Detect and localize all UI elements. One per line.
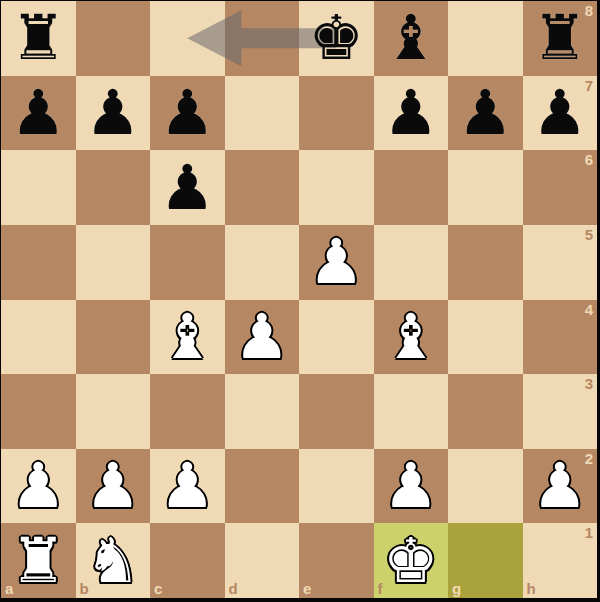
square-e5[interactable]: ♟ — [299, 225, 374, 300]
square-h5[interactable]: 5 — [523, 225, 598, 300]
square-b1[interactable]: b♞ — [76, 523, 151, 598]
rank-label-5: 5 — [585, 226, 593, 243]
square-b3[interactable] — [76, 374, 151, 449]
square-d6[interactable] — [225, 150, 300, 225]
rank-label-6: 6 — [585, 151, 593, 168]
square-a6[interactable] — [1, 150, 76, 225]
square-g5[interactable] — [448, 225, 523, 300]
square-f5[interactable] — [374, 225, 449, 300]
square-h3[interactable]: 3 — [523, 374, 598, 449]
square-h7[interactable]: 7♟ — [523, 76, 598, 151]
file-label-d: d — [229, 580, 238, 597]
square-b2[interactable]: ♟ — [76, 449, 151, 524]
rank-label-4: 4 — [585, 301, 593, 318]
piece-black-rook[interactable]: ♜ — [10, 1, 66, 75]
square-g3[interactable] — [448, 374, 523, 449]
piece-white-pawn[interactable]: ♟ — [383, 449, 439, 523]
square-g2[interactable] — [448, 449, 523, 524]
rank-label-1: 1 — [585, 524, 593, 541]
square-b7[interactable]: ♟ — [76, 76, 151, 151]
square-d3[interactable] — [225, 374, 300, 449]
piece-white-bishop[interactable]: ♝ — [159, 300, 215, 374]
square-e1[interactable]: e — [299, 523, 374, 598]
square-e4[interactable] — [299, 300, 374, 375]
square-a1[interactable]: a♜ — [1, 523, 76, 598]
square-f3[interactable] — [374, 374, 449, 449]
file-label-e: e — [303, 580, 311, 597]
piece-white-pawn[interactable]: ♟ — [532, 449, 588, 523]
square-g7[interactable]: ♟ — [448, 76, 523, 151]
square-a4[interactable] — [1, 300, 76, 375]
square-d1[interactable]: d — [225, 523, 300, 598]
piece-black-pawn[interactable]: ♟ — [159, 76, 215, 150]
chess-board-frame: ♜♚♝8♜♟♟♟♟♟7♟♟6♟5♝♟♝43♟♟♟♟2♟a♜b♞cdef♚g1h — [0, 0, 600, 602]
square-b8[interactable] — [76, 1, 151, 76]
square-h6[interactable]: 6 — [523, 150, 598, 225]
square-a3[interactable] — [1, 374, 76, 449]
square-c4[interactable]: ♝ — [150, 300, 225, 375]
square-d2[interactable] — [225, 449, 300, 524]
file-label-f: f — [378, 580, 383, 597]
square-b4[interactable] — [76, 300, 151, 375]
piece-white-rook[interactable]: ♜ — [10, 524, 66, 598]
square-f4[interactable]: ♝ — [374, 300, 449, 375]
piece-white-king[interactable]: ♚ — [383, 524, 439, 598]
square-a5[interactable] — [1, 225, 76, 300]
piece-white-pawn[interactable]: ♟ — [85, 449, 141, 523]
square-d4[interactable]: ♟ — [225, 300, 300, 375]
piece-black-bishop[interactable]: ♝ — [383, 1, 439, 75]
piece-black-rook[interactable]: ♜ — [532, 1, 588, 75]
piece-white-pawn[interactable]: ♟ — [308, 225, 364, 299]
file-label-h: h — [527, 580, 536, 597]
square-c6[interactable]: ♟ — [150, 150, 225, 225]
square-c5[interactable] — [150, 225, 225, 300]
square-f7[interactable]: ♟ — [374, 76, 449, 151]
square-h4[interactable]: 4 — [523, 300, 598, 375]
piece-black-pawn[interactable]: ♟ — [532, 76, 588, 150]
piece-white-bishop[interactable]: ♝ — [383, 300, 439, 374]
piece-black-pawn[interactable]: ♟ — [159, 151, 215, 225]
square-h8[interactable]: 8♜ — [523, 1, 598, 76]
square-e2[interactable] — [299, 449, 374, 524]
square-g6[interactable] — [448, 150, 523, 225]
square-a8[interactable]: ♜ — [1, 1, 76, 76]
square-f1[interactable]: f♚ — [374, 523, 449, 598]
square-c7[interactable]: ♟ — [150, 76, 225, 151]
piece-white-pawn[interactable]: ♟ — [10, 449, 66, 523]
piece-black-pawn[interactable]: ♟ — [85, 76, 141, 150]
square-g4[interactable] — [448, 300, 523, 375]
chess-board: ♜♚♝8♜♟♟♟♟♟7♟♟6♟5♝♟♝43♟♟♟♟2♟a♜b♞cdef♚g1h — [1, 1, 597, 598]
square-e7[interactable] — [299, 76, 374, 151]
piece-black-pawn[interactable]: ♟ — [457, 76, 513, 150]
square-c1[interactable]: c — [150, 523, 225, 598]
square-f2[interactable]: ♟ — [374, 449, 449, 524]
square-g8[interactable] — [448, 1, 523, 76]
square-e8[interactable]: ♚ — [299, 1, 374, 76]
piece-white-pawn[interactable]: ♟ — [159, 449, 215, 523]
square-d8[interactable] — [225, 1, 300, 76]
square-e3[interactable] — [299, 374, 374, 449]
piece-white-knight[interactable]: ♞ — [85, 524, 141, 598]
square-h1[interactable]: 1h — [523, 523, 598, 598]
file-label-c: c — [154, 580, 162, 597]
square-e6[interactable] — [299, 150, 374, 225]
square-d7[interactable] — [225, 76, 300, 151]
square-b6[interactable] — [76, 150, 151, 225]
piece-black-pawn[interactable]: ♟ — [10, 76, 66, 150]
piece-black-king[interactable]: ♚ — [308, 1, 364, 75]
square-a2[interactable]: ♟ — [1, 449, 76, 524]
square-d5[interactable] — [225, 225, 300, 300]
square-g1[interactable]: g — [448, 523, 523, 598]
square-h2[interactable]: 2♟ — [523, 449, 598, 524]
piece-black-pawn[interactable]: ♟ — [383, 76, 439, 150]
square-c3[interactable] — [150, 374, 225, 449]
rank-label-3: 3 — [585, 375, 593, 392]
square-f6[interactable] — [374, 150, 449, 225]
square-c2[interactable]: ♟ — [150, 449, 225, 524]
piece-white-pawn[interactable]: ♟ — [234, 300, 290, 374]
square-b5[interactable] — [76, 225, 151, 300]
square-a7[interactable]: ♟ — [1, 76, 76, 151]
file-label-g: g — [452, 580, 461, 597]
square-f8[interactable]: ♝ — [374, 1, 449, 76]
square-c8[interactable] — [150, 1, 225, 76]
